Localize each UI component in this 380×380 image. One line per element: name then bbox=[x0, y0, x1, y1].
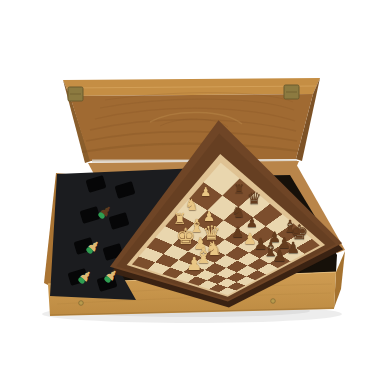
chess-set-product-photo: ♜♛♝♚♟♞♟♟♟♟♞♟♟♟♟♝♟♜♝♛♚♟♞♝♟ ♟♟♟♟ bbox=[0, 0, 380, 380]
case-and-board-graphic bbox=[0, 0, 380, 380]
